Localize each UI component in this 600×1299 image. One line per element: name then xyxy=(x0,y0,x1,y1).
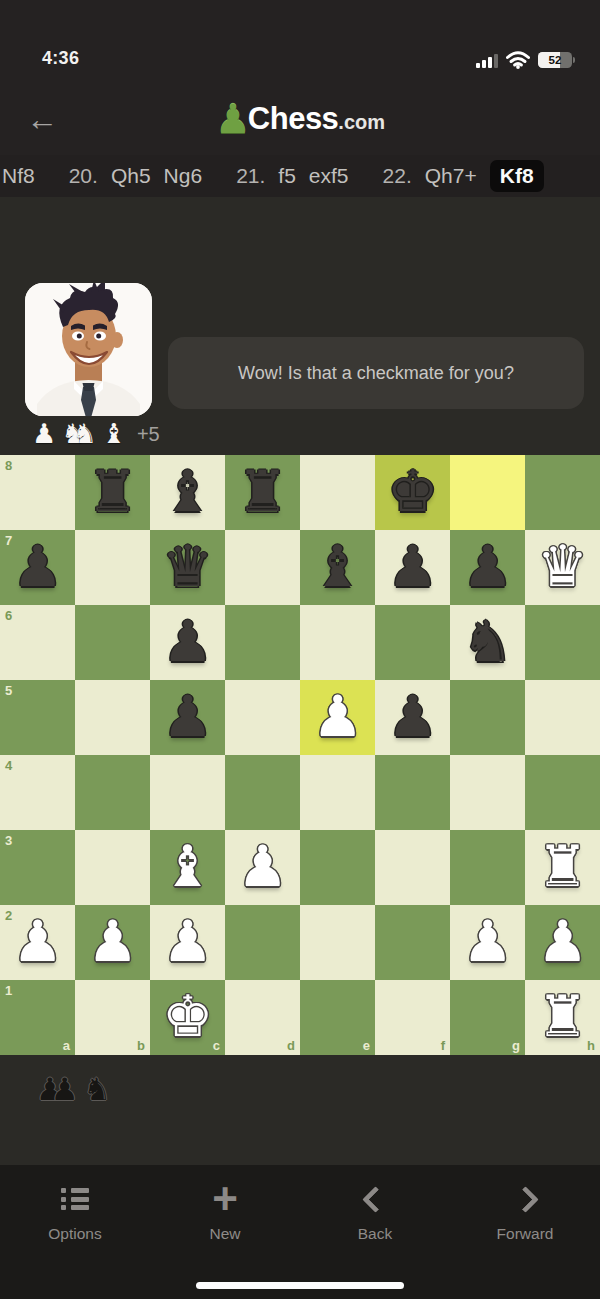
white-pawn[interactable]: ♟ xyxy=(150,905,225,980)
black-pawn[interactable]: ♟ xyxy=(375,680,450,755)
square-f8[interactable]: ♚ xyxy=(375,455,450,530)
captured-white-bishop: ♝ xyxy=(102,419,126,449)
square-e4[interactable] xyxy=(300,755,375,830)
move-Kf8[interactable]: Kf8 xyxy=(490,160,544,192)
rank-label: 7 xyxy=(5,533,12,548)
square-f7[interactable]: ♟ xyxy=(375,530,450,605)
square-g1[interactable]: g xyxy=(450,980,525,1055)
square-f1[interactable]: f xyxy=(375,980,450,1055)
move-exf5[interactable]: exf5 xyxy=(309,164,349,188)
captured-white-knight: ♞ xyxy=(72,419,96,449)
captured-group: ♝ xyxy=(102,419,126,449)
black-rook[interactable]: ♜ xyxy=(225,455,300,530)
black-pawn[interactable]: ♟ xyxy=(375,530,450,605)
rank-label: 1 xyxy=(5,983,12,998)
rank-label: 3 xyxy=(5,833,12,848)
file-label: b xyxy=(137,1038,145,1053)
square-a7[interactable]: 7♟ xyxy=(0,530,75,605)
square-d5[interactable] xyxy=(225,680,300,755)
square-f4[interactable] xyxy=(375,755,450,830)
square-g3[interactable] xyxy=(450,830,525,905)
new-button[interactable]: +New xyxy=(150,1181,300,1243)
square-h3[interactable]: ♜ xyxy=(525,830,600,905)
file-label: h xyxy=(587,1038,595,1053)
captured-white-pawn: ♟ xyxy=(32,419,56,449)
square-a6[interactable]: 6 xyxy=(0,605,75,680)
square-h1[interactable]: h♜ xyxy=(525,980,600,1055)
square-f5[interactable]: ♟ xyxy=(375,680,450,755)
square-e3[interactable] xyxy=(300,830,375,905)
square-a8[interactable]: 8 xyxy=(0,455,75,530)
white-pawn[interactable]: ♟ xyxy=(75,905,150,980)
black-pawn[interactable]: ♟ xyxy=(150,605,225,680)
white-rook[interactable]: ♜ xyxy=(525,830,600,905)
toolbar-label: Forward xyxy=(497,1225,554,1243)
square-f3[interactable] xyxy=(375,830,450,905)
square-h2[interactable]: ♟ xyxy=(525,905,600,980)
square-g5[interactable] xyxy=(450,680,525,755)
square-g7[interactable]: ♟ xyxy=(450,530,525,605)
player-area: ♟♟♞ xyxy=(0,1055,600,1165)
square-c8[interactable]: ♝ xyxy=(150,455,225,530)
white-pawn[interactable]: ♟ xyxy=(525,905,600,980)
square-b3[interactable] xyxy=(75,830,150,905)
captured-group: ♟♟ xyxy=(36,1071,79,1107)
black-bishop[interactable]: ♝ xyxy=(300,530,375,605)
toolbar-label: Options xyxy=(48,1225,101,1243)
square-g8[interactable] xyxy=(450,455,525,530)
clock-time: 4:36 xyxy=(42,48,79,69)
file-label: c xyxy=(213,1038,220,1053)
square-e8[interactable] xyxy=(300,455,375,530)
move-number: 21. xyxy=(236,164,265,188)
forward-button[interactable]: Forward xyxy=(450,1181,600,1243)
cellular-signal-icon xyxy=(476,53,498,68)
move-Qh5[interactable]: Qh5 xyxy=(111,164,151,188)
square-h7[interactable]: ♛ xyxy=(525,530,600,605)
rank-label: 5 xyxy=(5,683,12,698)
rank-label: 6 xyxy=(5,608,12,623)
avatar-illustration xyxy=(25,283,152,416)
square-d7[interactable] xyxy=(225,530,300,605)
square-c2[interactable]: ♟ xyxy=(150,905,225,980)
captured-group: ♟ xyxy=(32,419,56,449)
square-b5[interactable] xyxy=(75,680,150,755)
square-g4[interactable] xyxy=(450,755,525,830)
status-bar: 4:36 52 xyxy=(0,0,600,83)
chess-app-screen: 4:36 52 ← ♟ Chess .com xyxy=(0,0,600,1299)
file-label: a xyxy=(63,1038,70,1053)
chat-message: Wow! Is that a checkmate for you? xyxy=(238,363,514,384)
back-arrow-button[interactable]: ← xyxy=(26,103,58,135)
square-g2[interactable]: ♟ xyxy=(450,905,525,980)
square-e6[interactable] xyxy=(300,605,375,680)
move-number: 22. xyxy=(383,164,412,188)
battery-icon: 52 xyxy=(538,52,575,68)
square-c4[interactable] xyxy=(150,755,225,830)
toolbar-label: Back xyxy=(358,1225,392,1243)
logo-suffix: .com xyxy=(338,111,385,134)
square-e1[interactable]: e xyxy=(300,980,375,1055)
plus-icon: + xyxy=(212,1181,238,1217)
captured-pieces-player: ♟♟♞ xyxy=(36,1071,116,1107)
square-h5[interactable] xyxy=(525,680,600,755)
battery-percent: 52 xyxy=(538,52,572,68)
file-label: d xyxy=(287,1038,295,1053)
black-bishop[interactable]: ♝ xyxy=(150,455,225,530)
chat-area: Wow! Is that a checkmate for you? ♟♞♞♝+5 xyxy=(0,197,600,455)
black-king[interactable]: ♚ xyxy=(375,455,450,530)
chevron-right-icon xyxy=(516,1181,535,1217)
square-f2[interactable] xyxy=(375,905,450,980)
square-c5[interactable]: ♟ xyxy=(150,680,225,755)
square-c7[interactable]: ♛ xyxy=(150,530,225,605)
square-d6[interactable] xyxy=(225,605,300,680)
toolbar-label: New xyxy=(209,1225,240,1243)
captured-group: ♞ xyxy=(84,1071,112,1107)
wifi-icon xyxy=(506,51,530,69)
options-button[interactable]: Options xyxy=(0,1181,150,1243)
square-f6[interactable] xyxy=(375,605,450,680)
bottom-toolbar: Options+NewBackForward xyxy=(0,1165,600,1299)
captured-group: ♞♞ xyxy=(61,419,96,449)
square-a3[interactable]: 3 xyxy=(0,830,75,905)
square-d2[interactable] xyxy=(225,905,300,980)
square-b7[interactable] xyxy=(75,530,150,605)
square-e2[interactable] xyxy=(300,905,375,980)
move-list: Nf820.Qh5Ng621.f5exf522.Qh7+Kf8 xyxy=(0,155,600,197)
white-pawn[interactable]: ♟ xyxy=(300,680,375,755)
opponent-avatar[interactable] xyxy=(25,283,152,416)
status-icons: 52 xyxy=(476,51,575,69)
square-b8[interactable]: ♜ xyxy=(75,455,150,530)
square-b2[interactable]: ♟ xyxy=(75,905,150,980)
back-button[interactable]: Back xyxy=(300,1181,450,1243)
square-b4[interactable] xyxy=(75,755,150,830)
move-f5[interactable]: f5 xyxy=(278,164,296,188)
black-pawn[interactable]: ♟ xyxy=(150,680,225,755)
home-indicator[interactable] xyxy=(196,1282,404,1289)
square-h6[interactable] xyxy=(525,605,600,680)
square-b1[interactable]: b xyxy=(75,980,150,1055)
captured-black-knight: ♞ xyxy=(84,1071,112,1107)
move-Nf8[interactable]: Nf8 xyxy=(2,164,35,188)
captured-black-pawn: ♟ xyxy=(51,1071,79,1107)
square-c1[interactable]: c♚ xyxy=(150,980,225,1055)
app-header: ← ♟ Chess .com xyxy=(0,83,600,155)
move-number: 20. xyxy=(69,164,98,188)
square-a5[interactable]: 5 xyxy=(0,680,75,755)
square-g6[interactable]: ♞ xyxy=(450,605,525,680)
square-d3[interactable]: ♟ xyxy=(225,830,300,905)
chesscom-logo: ♟ Chess .com xyxy=(215,101,385,137)
rank-label: 4 xyxy=(5,758,12,773)
file-label: e xyxy=(363,1038,370,1053)
move-Ng6[interactable]: Ng6 xyxy=(164,164,203,188)
white-queen[interactable]: ♛ xyxy=(525,530,600,605)
black-knight[interactable]: ♞ xyxy=(450,605,525,680)
square-h8[interactable] xyxy=(525,455,600,530)
chevron-left-icon xyxy=(366,1181,385,1217)
square-h4[interactable] xyxy=(525,755,600,830)
square-d1[interactable]: d xyxy=(225,980,300,1055)
black-rook[interactable]: ♜ xyxy=(75,455,150,530)
black-queen[interactable]: ♛ xyxy=(150,530,225,605)
rank-label: 8 xyxy=(5,458,12,473)
square-d4[interactable] xyxy=(225,755,300,830)
square-a2[interactable]: 2♟ xyxy=(0,905,75,980)
captured-pieces-opponent: ♟♞♞♝+5 xyxy=(32,419,160,449)
move-Qh7+[interactable]: Qh7+ xyxy=(425,164,477,188)
square-e5[interactable]: ♟ xyxy=(300,680,375,755)
file-label: g xyxy=(512,1038,520,1053)
square-c6[interactable]: ♟ xyxy=(150,605,225,680)
logo-text: Chess xyxy=(248,101,339,137)
file-label: f xyxy=(441,1038,445,1053)
chat-bubble: Wow! Is that a checkmate for you? xyxy=(168,337,584,409)
material-score: +5 xyxy=(137,423,160,446)
chess-board: 8♜♝♜♚7♟♛♝♟♟♛6♟♞5♟♟♟43♝♟♜2♟♟♟♟♟1abc♚defgh… xyxy=(0,455,600,1055)
black-pawn[interactable]: ♟ xyxy=(450,530,525,605)
square-b6[interactable] xyxy=(75,605,150,680)
square-a4[interactable]: 4 xyxy=(0,755,75,830)
square-e7[interactable]: ♝ xyxy=(300,530,375,605)
white-pawn[interactable]: ♟ xyxy=(450,905,525,980)
square-a1[interactable]: 1a xyxy=(0,980,75,1055)
rank-label: 2 xyxy=(5,908,12,923)
square-d8[interactable]: ♜ xyxy=(225,455,300,530)
square-c3[interactable]: ♝ xyxy=(150,830,225,905)
white-bishop[interactable]: ♝ xyxy=(150,830,225,905)
white-pawn[interactable]: ♟ xyxy=(225,830,300,905)
options-list-icon xyxy=(61,1181,89,1217)
